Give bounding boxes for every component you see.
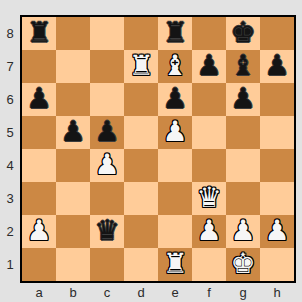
rank-labels: 87654321 <box>0 17 20 281</box>
file-label-e: e <box>158 283 192 302</box>
square-c2[interactable]: ♛ <box>90 215 124 248</box>
rank-label-7: 7 <box>0 50 20 83</box>
piece-black-rook[interactable]: ♜ <box>26 16 51 49</box>
square-h3[interactable] <box>260 182 294 215</box>
square-b8[interactable] <box>56 17 90 50</box>
square-f3[interactable]: ♛ <box>192 182 226 215</box>
square-b4[interactable] <box>56 149 90 182</box>
square-b3[interactable] <box>56 182 90 215</box>
square-h6[interactable] <box>260 83 294 116</box>
piece-white-queen[interactable]: ♛ <box>196 181 221 214</box>
square-d7[interactable]: ♜ <box>124 50 158 83</box>
file-label-h: h <box>260 283 294 302</box>
file-label-f: f <box>192 283 226 302</box>
square-g7[interactable]: ♝ <box>226 50 260 83</box>
piece-white-pawn[interactable]: ♟ <box>196 214 221 247</box>
chessboard[interactable]: ♜♜♚♜♝♟♝♟♟♟♟♟♟♟♟♛♟♛♟♟♟♜♚ <box>20 15 296 283</box>
piece-white-pawn[interactable]: ♟ <box>26 214 51 247</box>
square-f8[interactable] <box>192 17 226 50</box>
piece-white-pawn[interactable]: ♟ <box>264 214 289 247</box>
rank-label-3: 3 <box>0 182 20 215</box>
square-h2[interactable]: ♟ <box>260 215 294 248</box>
square-e7[interactable]: ♝ <box>158 50 192 83</box>
rank-label-2: 2 <box>0 215 20 248</box>
square-c7[interactable] <box>90 50 124 83</box>
square-b1[interactable] <box>56 248 90 281</box>
file-label-a: a <box>22 283 56 302</box>
piece-black-bishop[interactable]: ♝ <box>230 49 255 82</box>
square-h7[interactable]: ♟ <box>260 50 294 83</box>
square-g3[interactable] <box>226 182 260 215</box>
file-label-c: c <box>90 283 124 302</box>
square-f5[interactable] <box>192 116 226 149</box>
square-g8[interactable]: ♚ <box>226 17 260 50</box>
rank-label-1: 1 <box>0 248 20 281</box>
square-g1[interactable]: ♚ <box>226 248 260 281</box>
piece-black-queen[interactable]: ♛ <box>94 214 119 247</box>
rank-label-5: 5 <box>0 116 20 149</box>
square-d2[interactable] <box>124 215 158 248</box>
square-e5[interactable]: ♟ <box>158 116 192 149</box>
square-h4[interactable] <box>260 149 294 182</box>
piece-black-pawn[interactable]: ♟ <box>26 82 51 115</box>
square-b7[interactable] <box>56 50 90 83</box>
square-a2[interactable]: ♟ <box>22 215 56 248</box>
square-a4[interactable] <box>22 149 56 182</box>
square-f1[interactable] <box>192 248 226 281</box>
square-e8[interactable]: ♜ <box>158 17 192 50</box>
square-a3[interactable] <box>22 182 56 215</box>
piece-black-pawn[interactable]: ♟ <box>162 82 187 115</box>
square-h8[interactable] <box>260 17 294 50</box>
square-c6[interactable] <box>90 83 124 116</box>
chess-diagram: 87654321 ♜♜♚♜♝♟♝♟♟♟♟♟♟♟♟♛♟♛♟♟♟♜♚ abcdefg… <box>0 0 302 302</box>
square-d4[interactable] <box>124 149 158 182</box>
piece-white-rook[interactable]: ♜ <box>162 247 187 280</box>
piece-white-pawn[interactable]: ♟ <box>94 148 119 181</box>
piece-black-pawn[interactable]: ♟ <box>60 115 85 148</box>
piece-black-pawn[interactable]: ♟ <box>230 82 255 115</box>
square-c3[interactable] <box>90 182 124 215</box>
square-f2[interactable]: ♟ <box>192 215 226 248</box>
file-label-g: g <box>226 283 260 302</box>
square-a1[interactable] <box>22 248 56 281</box>
square-e3[interactable] <box>158 182 192 215</box>
file-labels: abcdefgh <box>22 283 294 302</box>
square-d3[interactable] <box>124 182 158 215</box>
piece-black-pawn[interactable]: ♟ <box>196 49 221 82</box>
square-e1[interactable]: ♜ <box>158 248 192 281</box>
square-e4[interactable] <box>158 149 192 182</box>
piece-black-king[interactable]: ♚ <box>230 16 255 49</box>
piece-black-pawn[interactable]: ♟ <box>94 115 119 148</box>
square-c8[interactable] <box>90 17 124 50</box>
square-h1[interactable] <box>260 248 294 281</box>
piece-white-rook[interactable]: ♜ <box>128 49 153 82</box>
square-a8[interactable]: ♜ <box>22 17 56 50</box>
square-d5[interactable] <box>124 116 158 149</box>
square-g5[interactable] <box>226 116 260 149</box>
square-d6[interactable] <box>124 83 158 116</box>
piece-white-pawn[interactable]: ♟ <box>230 214 255 247</box>
square-f7[interactable]: ♟ <box>192 50 226 83</box>
square-c1[interactable] <box>90 248 124 281</box>
file-label-b: b <box>56 283 90 302</box>
rank-label-6: 6 <box>0 83 20 116</box>
square-h5[interactable] <box>260 116 294 149</box>
square-g4[interactable] <box>226 149 260 182</box>
square-f6[interactable] <box>192 83 226 116</box>
square-b5[interactable]: ♟ <box>56 116 90 149</box>
square-e6[interactable]: ♟ <box>158 83 192 116</box>
square-a6[interactable]: ♟ <box>22 83 56 116</box>
square-e2[interactable] <box>158 215 192 248</box>
square-b6[interactable] <box>56 83 90 116</box>
square-a5[interactable] <box>22 116 56 149</box>
square-a7[interactable] <box>22 50 56 83</box>
piece-black-pawn[interactable]: ♟ <box>264 49 289 82</box>
square-d1[interactable] <box>124 248 158 281</box>
file-label-d: d <box>124 283 158 302</box>
square-d8[interactable] <box>124 17 158 50</box>
square-b2[interactable] <box>56 215 90 248</box>
rank-label-4: 4 <box>0 149 20 182</box>
square-f4[interactable] <box>192 149 226 182</box>
piece-white-pawn[interactable]: ♟ <box>162 115 187 148</box>
piece-white-king[interactable]: ♚ <box>230 247 255 280</box>
piece-black-rook[interactable]: ♜ <box>162 16 187 49</box>
square-c5[interactable]: ♟ <box>90 116 124 149</box>
square-g2[interactable]: ♟ <box>226 215 260 248</box>
piece-white-bishop[interactable]: ♝ <box>162 49 187 82</box>
rank-label-8: 8 <box>0 17 20 50</box>
square-g6[interactable]: ♟ <box>226 83 260 116</box>
square-c4[interactable]: ♟ <box>90 149 124 182</box>
